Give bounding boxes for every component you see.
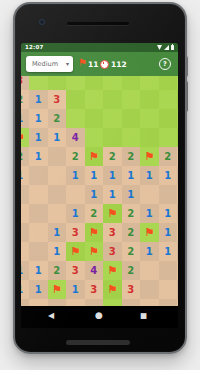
cell-r11c9[interactable] — [177, 280, 178, 299]
cell-r0c6[interactable] — [122, 76, 141, 90]
cell-r8c5[interactable]: 3 — [103, 223, 122, 242]
cell-r7c3[interactable]: 1 — [66, 204, 85, 223]
cell-r4c3[interactable]: 2 — [66, 147, 85, 166]
mine-count: 4 — [72, 128, 79, 147]
chevron-down-icon: ▾ — [66, 61, 73, 67]
front-camera — [39, 19, 45, 25]
flag-icon: ⚑ — [89, 242, 99, 261]
signal-icon — [164, 45, 169, 50]
mine-count: 2 — [21, 90, 23, 109]
mine-count: 1 — [35, 90, 42, 109]
cell-r0c2[interactable] — [48, 76, 67, 90]
cell-r5c5[interactable]: 1 — [103, 166, 122, 185]
flag-icon: ⚑ — [144, 147, 154, 166]
cell-r1c0[interactable]: 2 — [21, 90, 29, 109]
mine-count: 1 — [164, 242, 171, 261]
cell-r0c5[interactable] — [103, 76, 122, 90]
cell-r8c6[interactable]: 2 — [122, 223, 141, 242]
cell-r11c6[interactable]: 3 — [122, 280, 141, 299]
timer-value: 112 — [111, 60, 127, 69]
cell-r11c8[interactable] — [159, 280, 178, 299]
cell-r3c3[interactable]: 4 — [66, 128, 85, 147]
flag-icon: ⚑ — [89, 223, 99, 242]
cell-r2c7[interactable] — [140, 109, 159, 128]
mine-count: 1 — [164, 204, 171, 223]
cell-r8c2[interactable]: 1 — [48, 223, 67, 242]
status-bar: 12:07 — [21, 43, 178, 52]
cell-r11c2[interactable]: ⚑ — [48, 280, 67, 299]
cell-r12c7[interactable] — [140, 299, 159, 306]
battery-icon — [171, 45, 174, 51]
mine-count: 1 — [21, 166, 23, 185]
cell-r0c9[interactable] — [177, 76, 178, 90]
cell-r2c9[interactable] — [177, 109, 178, 128]
cell-r6c6[interactable]: 1 — [122, 185, 141, 204]
mine-count: 1 — [72, 204, 79, 223]
cell-r1c7[interactable] — [140, 90, 159, 109]
back-button-icon[interactable]: ◀ — [48, 312, 54, 320]
cell-r11c5[interactable]: ⚑ — [103, 280, 122, 299]
cell-r4c2[interactable] — [48, 147, 67, 166]
cell-r12c4[interactable] — [85, 299, 104, 306]
cell-r1c2[interactable]: 3 — [48, 90, 67, 109]
mine-count: 2 — [21, 147, 23, 166]
cell-r10c4[interactable]: 4 — [85, 261, 104, 280]
mine-count: 3 — [72, 223, 79, 242]
cell-r6c5[interactable]: 1 — [103, 185, 122, 204]
mine-count: 1 — [35, 128, 42, 147]
cell-r0c3[interactable] — [66, 76, 85, 90]
mine-count: 2 — [127, 223, 134, 242]
mine-count: 3 — [90, 280, 97, 299]
cell-r12c0[interactable] — [21, 299, 29, 306]
cell-r10c7[interactable] — [140, 261, 159, 280]
cell-r1c8[interactable] — [159, 90, 178, 109]
cell-r6c7[interactable] — [140, 185, 159, 204]
mine-count: 3 — [72, 261, 79, 280]
cell-r4c4[interactable]: ⚑ — [85, 147, 104, 166]
home-button-icon[interactable]: ● — [95, 311, 103, 320]
cell-r7c9[interactable] — [177, 204, 178, 223]
phone-frame: 12:07 Medium ▾ ⚑ 11 112 ? 321311 — [13, 2, 187, 354]
mine-count: 2 — [90, 204, 97, 223]
cell-r11c7[interactable] — [140, 280, 159, 299]
cell-r7c2[interactable] — [48, 204, 67, 223]
cell-r12c1[interactable] — [29, 299, 48, 306]
cell-r2c1[interactable]: 1 — [29, 109, 48, 128]
cell-r10c6[interactable]: 2 — [122, 261, 141, 280]
cell-r1c5[interactable] — [103, 90, 122, 109]
cell-r8c0[interactable] — [21, 223, 29, 242]
mine-count: 1 — [21, 109, 23, 128]
mine-count: 1 — [35, 109, 42, 128]
cell-r3c1[interactable]: 1 — [29, 128, 48, 147]
cell-r5c0[interactable]: 1 — [21, 166, 29, 185]
cell-r0c1[interactable] — [29, 76, 48, 90]
cell-r6c3[interactable] — [66, 185, 85, 204]
cell-r0c4[interactable] — [85, 76, 104, 90]
cell-r7c1[interactable] — [29, 204, 48, 223]
mine-count: 1 — [109, 185, 116, 204]
cell-r3c6[interactable] — [122, 128, 141, 147]
flag-icon: ⚑ — [21, 128, 25, 147]
cell-r11c4[interactable]: 3 — [85, 280, 104, 299]
cell-r4c6[interactable]: 2 — [122, 147, 141, 166]
mine-count: 2 — [127, 242, 134, 261]
mine-count: 2 — [127, 147, 134, 166]
cell-r5c6[interactable]: 1 — [122, 166, 141, 185]
cell-r1c3[interactable] — [66, 90, 85, 109]
mine-count: 1 — [35, 280, 42, 299]
cell-r5c8[interactable]: 1 — [159, 166, 178, 185]
cell-r3c2[interactable]: 1 — [48, 128, 67, 147]
mine-count: 1 — [72, 280, 79, 299]
cell-r0c8[interactable] — [159, 76, 178, 90]
cell-r10c8[interactable] — [159, 261, 178, 280]
timer-icon — [100, 60, 109, 69]
cell-r5c7[interactable]: 1 — [140, 166, 159, 185]
mine-count: 1 — [72, 166, 79, 185]
cell-r8c4[interactable]: ⚑ — [85, 223, 104, 242]
mine-count: 1 — [21, 280, 23, 299]
mine-count: 1 — [90, 185, 97, 204]
cell-r7c8[interactable]: 1 — [159, 204, 178, 223]
cell-r2c5[interactable] — [103, 109, 122, 128]
help-button[interactable]: ? — [159, 58, 171, 70]
cell-r8c8[interactable]: 1 — [159, 223, 178, 242]
mine-count: 2 — [53, 109, 60, 128]
cell-r10c0[interactable]: 1 — [21, 261, 29, 280]
cell-r6c4[interactable]: 1 — [85, 185, 104, 204]
cell-r12c2[interactable] — [48, 299, 67, 306]
cell-r2c2[interactable]: 2 — [48, 109, 67, 128]
cell-r4c0[interactable]: 2 — [21, 147, 29, 166]
recents-button-icon[interactable]: ■ — [140, 312, 147, 320]
cell-r3c9[interactable] — [177, 128, 178, 147]
earpiece-speaker — [67, 22, 129, 25]
difficulty-value: Medium — [26, 60, 66, 68]
cell-r5c2[interactable] — [48, 166, 67, 185]
cell-r5c4[interactable]: 1 — [85, 166, 104, 185]
mine-count: 1 — [164, 166, 171, 185]
wifi-icon — [157, 45, 162, 50]
cell-r8c9[interactable] — [177, 223, 178, 242]
cell-r9c4[interactable]: ⚑ — [85, 242, 104, 261]
cell-r1c4[interactable] — [85, 90, 104, 109]
cell-r12c5[interactable] — [103, 299, 122, 306]
navigation-bar: ◀ ● ■ — [21, 306, 178, 328]
mine-count: 4 — [90, 261, 97, 280]
cell-r9c7[interactable]: 1 — [140, 242, 159, 261]
cell-r6c2[interactable] — [48, 185, 67, 204]
cell-r3c8[interactable] — [159, 128, 178, 147]
cell-r10c9[interactable] — [177, 261, 178, 280]
mine-count: 1 — [109, 166, 116, 185]
mine-count: 1 — [146, 166, 153, 185]
cell-r2c0[interactable]: 1 — [21, 109, 29, 128]
mine-count: 1 — [53, 242, 60, 261]
cell-r9c0[interactable] — [21, 242, 29, 261]
mine-count: 3 — [109, 242, 116, 261]
cell-r2c3[interactable] — [66, 109, 85, 128]
cell-r11c1[interactable]: 1 — [29, 280, 48, 299]
cell-r10c1[interactable]: 1 — [29, 261, 48, 280]
mine-count: 1 — [146, 242, 153, 261]
cell-r3c0[interactable]: ⚑ — [21, 128, 29, 147]
cell-r12c6[interactable] — [122, 299, 141, 306]
cell-r9c5[interactable]: 3 — [103, 242, 122, 261]
cell-r11c0[interactable]: 1 — [21, 280, 29, 299]
mine-count: 3 — [53, 90, 60, 109]
cell-r5c3[interactable]: 1 — [66, 166, 85, 185]
flag-counter-icon: ⚑ — [78, 57, 87, 69]
flag-icon: ⚑ — [52, 280, 62, 299]
cell-r6c1[interactable] — [29, 185, 48, 204]
cell-r8c1[interactable] — [29, 223, 48, 242]
status-icons — [157, 45, 174, 50]
cell-r9c8[interactable]: 1 — [159, 242, 178, 261]
cell-r9c1[interactable] — [29, 242, 48, 261]
flag-icon: ⚑ — [89, 147, 99, 166]
cell-r7c0[interactable] — [21, 204, 29, 223]
cell-r2c4[interactable] — [85, 109, 104, 128]
mine-count: 1 — [53, 128, 60, 147]
cell-r9c9[interactable] — [177, 242, 178, 261]
cell-r4c7[interactable]: ⚑ — [140, 147, 159, 166]
cell-r3c5[interactable] — [103, 128, 122, 147]
mine-count: 1 — [127, 166, 134, 185]
cell-r6c0[interactable] — [21, 185, 29, 204]
flags-remaining: 11 — [88, 60, 98, 69]
cell-r6c8[interactable] — [159, 185, 178, 204]
cell-r3c7[interactable] — [140, 128, 159, 147]
mine-count: 1 — [53, 223, 60, 242]
flag-icon: ⚑ — [70, 242, 80, 261]
game-toolbar: Medium ▾ ⚑ 11 112 ? — [21, 52, 178, 76]
cell-r8c7[interactable]: ⚑ — [140, 223, 159, 242]
cell-r0c0[interactable]: 3 — [21, 76, 29, 90]
mine-count: 2 — [109, 147, 116, 166]
cell-r5c1[interactable] — [29, 166, 48, 185]
cell-r4c9[interactable] — [177, 147, 178, 166]
cell-r1c6[interactable] — [122, 90, 141, 109]
mine-count: 1 — [21, 261, 23, 280]
cell-r5c9[interactable] — [177, 166, 178, 185]
cell-r12c9[interactable] — [177, 299, 178, 306]
cell-r12c3[interactable] — [66, 299, 85, 306]
mine-count: 2 — [127, 261, 134, 280]
flag-icon: ⚑ — [107, 261, 117, 280]
mine-count: 3 — [109, 223, 116, 242]
cell-r3c4[interactable] — [85, 128, 104, 147]
cell-r6c9[interactable] — [177, 185, 178, 204]
status-time: 12:07 — [25, 44, 44, 50]
screen: 12:07 Medium ▾ ⚑ 11 112 ? 321311 — [21, 43, 178, 328]
mine-count: 2 — [72, 147, 79, 166]
cell-r10c2[interactable]: 2 — [48, 261, 67, 280]
mine-count: 1 — [146, 204, 153, 223]
mine-count: 3 — [127, 280, 134, 299]
cell-r9c6[interactable]: 2 — [122, 242, 141, 261]
mine-count: 1 — [164, 223, 171, 242]
flag-icon: ⚑ — [144, 223, 154, 242]
board-grid: 3213112⚑114212⚑22⚑2111111111112⚑21113⚑32… — [21, 76, 178, 306]
cell-r0c7[interactable] — [140, 76, 159, 90]
cell-r1c1[interactable]: 1 — [29, 90, 48, 109]
difficulty-dropdown[interactable]: Medium ▾ — [26, 56, 73, 72]
cell-r8c3[interactable]: 3 — [66, 223, 85, 242]
cell-r7c5[interactable]: ⚑ — [103, 204, 122, 223]
cell-r12c8[interactable] — [159, 299, 178, 306]
mine-count: 1 — [35, 261, 42, 280]
cell-r4c5[interactable]: 2 — [103, 147, 122, 166]
mine-count: 2 — [127, 204, 134, 223]
cell-r7c7[interactable]: 1 — [140, 204, 159, 223]
cell-r2c8[interactable] — [159, 109, 178, 128]
cell-r4c1[interactable]: 1 — [29, 147, 48, 166]
mine-count: 3 — [21, 76, 23, 90]
flag-icon: ⚑ — [107, 280, 117, 299]
cell-r9c3[interactable]: ⚑ — [66, 242, 85, 261]
cell-r11c3[interactable]: 1 — [66, 280, 85, 299]
cell-r7c4[interactable]: 2 — [85, 204, 104, 223]
mine-count: 2 — [164, 147, 171, 166]
mine-count: 1 — [35, 147, 42, 166]
cell-r10c5[interactable]: ⚑ — [103, 261, 122, 280]
cell-r7c6[interactable]: 2 — [122, 204, 141, 223]
cell-r1c9[interactable] — [177, 90, 178, 109]
mine-count: 2 — [53, 261, 60, 280]
mine-count: 1 — [127, 185, 134, 204]
board-viewport: 3213112⚑114212⚑22⚑2111111111112⚑21113⚑32… — [21, 76, 178, 306]
cell-r9c2[interactable]: 1 — [48, 242, 67, 261]
cell-r2c6[interactable] — [122, 109, 141, 128]
bottom-speaker — [66, 340, 130, 345]
flag-icon: ⚑ — [107, 204, 117, 223]
cell-r10c3[interactable]: 3 — [66, 261, 85, 280]
cell-r4c8[interactable]: 2 — [159, 147, 178, 166]
page-background: 12:07 Medium ▾ ⚑ 11 112 ? 321311 — [0, 0, 200, 370]
mine-count: 1 — [90, 166, 97, 185]
